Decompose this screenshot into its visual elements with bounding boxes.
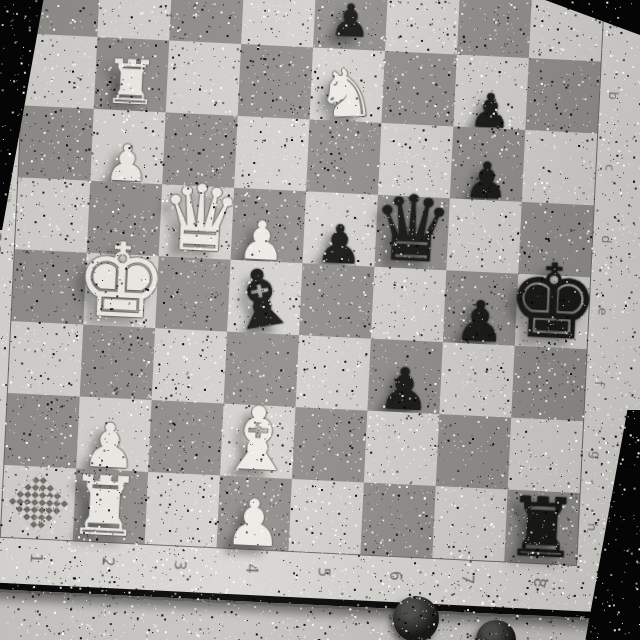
square-g1: [4, 393, 79, 468]
square-b8: [525, 58, 600, 133]
rank-label-1: 1: [27, 549, 47, 568]
file-label-right-g: g: [589, 447, 605, 464]
square-b3: [166, 40, 241, 115]
square-c8: [522, 130, 597, 205]
square-e2: ♚: [83, 253, 158, 328]
chess-board-photo: ♟♜♞♟♟♟♛♟♟♛♚♝♟♚♟♟♝♜♟♜ US CHESS FEDERATION…: [0, 0, 640, 640]
file-label-right-d: d: [599, 231, 615, 248]
piece-white-pawn: ♟: [224, 490, 284, 557]
square-a7: [457, 0, 532, 58]
square-f2: [80, 325, 155, 400]
piece-black-king: ♚: [504, 248, 601, 355]
square-c4: [234, 116, 309, 191]
square-f1: [8, 321, 83, 396]
square-h2: ♜: [73, 468, 148, 543]
square-a5: ♟: [313, 0, 388, 51]
file-label-right-e: e: [596, 303, 612, 320]
square-a6: [385, 0, 460, 55]
rank-label-6: 6: [386, 566, 406, 585]
uschess-corner-diamond-icon: [9, 473, 68, 532]
square-h6: [360, 482, 435, 557]
piece-white-rook: ♜: [102, 50, 160, 114]
square-b4: [238, 44, 313, 119]
square-b5: ♞: [310, 47, 385, 122]
square-h7: [432, 486, 507, 561]
square-c1: [18, 105, 93, 180]
file-label-right-f: f: [592, 375, 608, 392]
square-d6: ♛: [374, 195, 449, 270]
square-h5: [288, 479, 363, 554]
square-a2: [97, 0, 172, 40]
offboard-black-piece-1: [393, 596, 439, 640]
square-e6: [371, 267, 446, 342]
piece-white-bishop: ♝: [217, 394, 299, 485]
square-g3: [148, 400, 223, 475]
square-h4: ♟: [217, 475, 292, 550]
square-g6: [364, 411, 439, 486]
file-label-right-b: b: [606, 87, 622, 104]
square-c7: ♟: [450, 126, 525, 201]
rank-label-5: 5: [315, 563, 335, 582]
square-a4: [241, 0, 316, 47]
rank-label-8: 8: [530, 573, 550, 592]
square-h8: ♜: [504, 490, 579, 565]
square-c5: [306, 119, 381, 194]
piece-white-knight: ♞: [317, 61, 378, 128]
square-f7: [439, 342, 514, 417]
square-g5: [292, 407, 367, 482]
rank-label-7: 7: [458, 570, 478, 589]
board-wrap: ♟♜♞♟♟♟♛♟♟♛♚♝♟♚♟♟♝♜♟♜ US CHESS FEDERATION…: [0, 0, 640, 614]
piece-black-pawn: ♟: [329, 0, 371, 44]
square-g7: [436, 414, 511, 489]
square-f5: [295, 335, 370, 410]
file-label-right-h: h: [585, 519, 601, 536]
file-label-left-e: e: [0, 273, 1, 290]
square-e5: [299, 263, 374, 338]
square-f6: ♟: [367, 339, 442, 414]
square-b7: ♟: [453, 55, 528, 130]
square-a3: [169, 0, 244, 44]
square-f3: [152, 328, 227, 403]
piece-white-rook: ♜: [66, 464, 143, 549]
piece-black-queen: ♛: [369, 182, 455, 277]
square-b2: ♜: [94, 37, 169, 112]
square-c2: ♟: [90, 109, 165, 184]
rank-label-4: 4: [243, 559, 263, 578]
square-g4: ♝: [220, 404, 295, 479]
board-grid: ♟♜♞♟♟♟♛♟♟♛♚♝♟♚♟♟♝♜♟♜: [1, 0, 604, 565]
square-e4: ♝: [227, 260, 302, 335]
square-f8: [511, 346, 586, 421]
square-d5: ♟: [303, 191, 378, 266]
square-e8: ♚: [515, 274, 590, 349]
piece-black-rook: ♜: [503, 485, 580, 570]
square-h3: [145, 472, 220, 547]
rank-label-3: 3: [171, 556, 191, 575]
rank-label-2: 2: [99, 552, 119, 571]
square-h1: [1, 465, 76, 540]
file-label-right-c: c: [603, 159, 619, 176]
square-b6: [381, 51, 456, 126]
board-mat: ♟♜♞♟♟♟♛♟♟♛♚♝♟♚♟♟♝♜♟♜ US CHESS FEDERATION…: [0, 0, 640, 614]
